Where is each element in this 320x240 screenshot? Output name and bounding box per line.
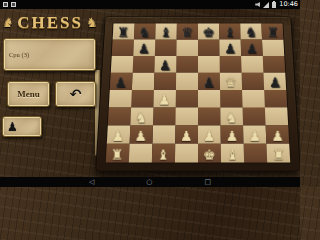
- square-e6[interactable]: [198, 56, 220, 73]
- square-b1[interactable]: [129, 144, 153, 163]
- mute-icon: [255, 2, 260, 7]
- home-button[interactable]: ○: [146, 179, 152, 186]
- white-bishop: ♝: [157, 148, 170, 163]
- square-b4[interactable]: [131, 90, 154, 108]
- captured-black-pawn: ♟: [3, 121, 18, 133]
- black-pawn: ♟: [269, 76, 281, 90]
- recents-button[interactable]: □: [204, 179, 211, 186]
- square-f3[interactable]: ♞: [220, 107, 243, 125]
- square-b8[interactable]: ♞: [134, 23, 156, 39]
- square-g4[interactable]: [242, 90, 265, 108]
- black-rook: ♜: [267, 26, 279, 40]
- square-c7[interactable]: [155, 40, 177, 56]
- square-h7[interactable]: [262, 40, 284, 56]
- square-g8[interactable]: ♞: [240, 23, 262, 39]
- square-d6[interactable]: [176, 56, 198, 73]
- square-c3[interactable]: [153, 107, 176, 125]
- square-h8[interactable]: ♜: [261, 23, 283, 39]
- black-king: ♚: [203, 26, 215, 40]
- square-a8[interactable]: ♜: [113, 23, 135, 39]
- square-f8[interactable]: ♝: [219, 23, 241, 39]
- square-c1[interactable]: ♝: [152, 144, 175, 163]
- square-h2[interactable]: ♟: [266, 125, 290, 143]
- square-e7[interactable]: [198, 40, 220, 56]
- clock: 10:46: [279, 0, 298, 9]
- square-b3[interactable]: ♞: [130, 107, 153, 125]
- square-b7[interactable]: ♟: [133, 40, 155, 56]
- white-rook: ♜: [272, 148, 285, 163]
- board-perspective-wrapper: ♜♞♝♛♚♝♞♜♟♟♟♟♟♟♛♟♟♞♞♟♟♟♟♟♟♟♜♝♚♝♜: [95, 16, 300, 172]
- square-d8[interactable]: ♛: [177, 23, 198, 39]
- square-c6[interactable]: ♟: [154, 56, 176, 73]
- signal-icon: [263, 2, 269, 8]
- square-e1[interactable]: ♚: [198, 144, 221, 163]
- white-rook: ♜: [111, 148, 124, 163]
- board-frame: ♜♞♝♛♚♝♞♜♟♟♟♟♟♟♛♟♟♞♞♟♟♟♟♟♟♟♜♝♚♝♜: [95, 16, 300, 172]
- black-bishop: ♝: [224, 26, 236, 40]
- square-d7[interactable]: [176, 40, 198, 56]
- knight-icon: ♞: [86, 16, 98, 29]
- square-e3[interactable]: [198, 107, 221, 125]
- square-a2[interactable]: ♟: [107, 125, 131, 143]
- black-bishop: ♝: [160, 26, 172, 40]
- square-d4[interactable]: [176, 90, 198, 108]
- square-g2[interactable]: ♟: [243, 125, 266, 143]
- square-d2[interactable]: ♟: [175, 125, 198, 143]
- knight-icon: ♞: [2, 16, 14, 29]
- square-f2[interactable]: ♟: [221, 125, 244, 143]
- square-e8[interactable]: ♚: [198, 23, 219, 39]
- white-pawn: ♟: [135, 129, 148, 144]
- square-f7[interactable]: ♟: [219, 40, 241, 56]
- black-knight: ♞: [139, 26, 151, 40]
- square-f5[interactable]: ♛: [220, 73, 242, 90]
- white-pawn: ♟: [112, 129, 125, 144]
- white-pawn: ♟: [158, 93, 170, 107]
- game-status-panel: Cpu (3): [3, 38, 96, 71]
- chess-board: ♜♞♝♛♚♝♞♜♟♟♟♟♟♟♛♟♟♞♞♟♟♟♟♟♟♟♜♝♚♝♜: [105, 23, 292, 164]
- square-c2[interactable]: [152, 125, 175, 143]
- white-pawn: ♟: [226, 129, 238, 144]
- notification-icon: [11, 2, 16, 7]
- square-h6[interactable]: [263, 56, 286, 73]
- square-c5[interactable]: [154, 73, 176, 90]
- square-f1[interactable]: ♝: [221, 144, 244, 163]
- menu-button-label: Menu: [17, 89, 40, 99]
- square-a3[interactable]: [108, 107, 131, 125]
- undo-icon: ↶: [70, 87, 82, 101]
- square-h4[interactable]: [264, 90, 287, 108]
- square-h5[interactable]: ♟: [263, 73, 286, 90]
- white-knight: ♞: [226, 111, 238, 125]
- black-queen: ♛: [181, 26, 193, 40]
- black-pawn: ♟: [224, 42, 236, 56]
- menu-button[interactable]: Menu: [7, 81, 50, 107]
- white-pawn: ♟: [203, 129, 215, 144]
- android-nav-bar: ◁ ○ □: [0, 177, 300, 187]
- square-f6[interactable]: [220, 56, 242, 73]
- square-d1[interactable]: [175, 144, 198, 163]
- app-title: CHESS: [17, 13, 83, 33]
- square-g5[interactable]: [242, 73, 265, 90]
- game-status-text: Cpu (3): [4, 51, 29, 58]
- white-pawn: ♟: [272, 129, 285, 144]
- square-a5[interactable]: ♟: [110, 73, 133, 90]
- square-g1[interactable]: [244, 144, 268, 163]
- white-pawn: ♟: [180, 129, 192, 144]
- white-bishop: ♝: [226, 148, 239, 163]
- square-f4[interactable]: [220, 90, 243, 108]
- white-pawn: ♟: [249, 129, 262, 144]
- white-king: ♚: [203, 148, 216, 163]
- white-queen: ♛: [225, 76, 237, 90]
- captured-pieces-tray: ♟: [2, 116, 42, 137]
- black-knight: ♞: [246, 26, 258, 40]
- square-a4[interactable]: [109, 90, 132, 108]
- android-status-bar: 10:46: [0, 0, 300, 9]
- undo-button[interactable]: ↶: [55, 81, 96, 107]
- black-rook: ♜: [117, 26, 129, 40]
- black-pawn: ♟: [246, 42, 258, 56]
- square-g3[interactable]: [243, 107, 266, 125]
- square-e5[interactable]: ♟: [198, 73, 220, 90]
- black-pawn: ♟: [203, 76, 215, 90]
- square-b5[interactable]: [132, 73, 155, 90]
- notification-icon: [3, 2, 8, 7]
- square-a1[interactable]: ♜: [106, 144, 130, 163]
- square-g7[interactable]: ♟: [241, 40, 263, 56]
- square-a7[interactable]: [112, 40, 134, 56]
- black-pawn: ♟: [115, 76, 127, 90]
- square-d5[interactable]: [176, 73, 198, 90]
- square-h1[interactable]: ♜: [266, 144, 290, 163]
- square-b2[interactable]: ♟: [130, 125, 153, 143]
- square-d3[interactable]: [175, 107, 198, 125]
- square-c4[interactable]: ♟: [153, 90, 176, 108]
- white-knight: ♞: [135, 111, 147, 125]
- square-e2[interactable]: ♟: [198, 125, 221, 143]
- black-pawn: ♟: [159, 59, 171, 73]
- square-a6[interactable]: [111, 56, 134, 73]
- back-button[interactable]: ◁: [89, 179, 94, 186]
- square-h3[interactable]: [265, 107, 288, 125]
- app-title-row: ♞ CHESS ♞: [0, 10, 100, 35]
- square-e4[interactable]: [198, 90, 220, 108]
- square-g6[interactable]: [241, 56, 263, 73]
- battery-icon: [272, 2, 276, 8]
- square-c8[interactable]: ♝: [155, 23, 177, 39]
- black-pawn: ♟: [138, 42, 150, 56]
- square-b6[interactable]: [133, 56, 155, 73]
